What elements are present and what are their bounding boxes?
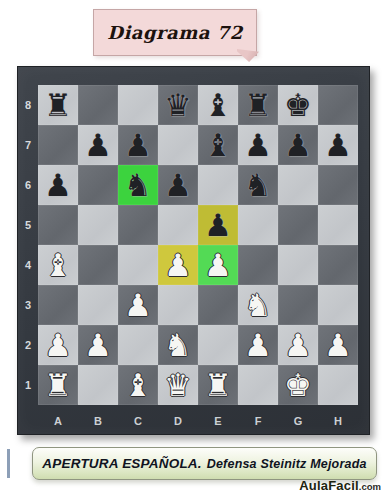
piece-white-queen-d1: ♛ xyxy=(158,365,198,405)
square-e7: ♝ xyxy=(198,125,238,165)
square-g6 xyxy=(278,165,318,205)
square-b4 xyxy=(78,245,118,285)
square-a4: ♝ xyxy=(38,245,78,285)
square-d8: ♛ xyxy=(158,85,198,125)
square-a3 xyxy=(38,285,78,325)
square-e5: ♟ xyxy=(198,205,238,245)
rank-label-4: 4 xyxy=(18,245,38,285)
square-h7: ♟ xyxy=(318,125,358,165)
piece-black-bishop-e8: ♝ xyxy=(198,85,238,125)
piece-white-bishop-a4: ♝ xyxy=(38,245,78,285)
square-a5 xyxy=(38,205,78,245)
file-labels: ABCDEFGH xyxy=(38,408,358,433)
piece-white-pawn-h2: ♟ xyxy=(318,325,358,365)
piece-black-pawn-e5: ♟ xyxy=(198,205,238,245)
rank-label-7: 7 xyxy=(18,125,38,165)
square-f3: ♞ xyxy=(238,285,278,325)
diagram-note: Diagrama 72 xyxy=(93,9,257,56)
square-g2: ♟ xyxy=(278,325,318,365)
brand-suffix: .com xyxy=(359,481,381,492)
square-h8 xyxy=(318,85,358,125)
square-d5 xyxy=(158,205,198,245)
square-a1: ♜ xyxy=(38,365,78,405)
square-c1: ♝ xyxy=(118,365,158,405)
file-label-e: E xyxy=(198,408,238,433)
piece-black-rook-f8: ♜ xyxy=(238,85,278,125)
rank-labels: 87654321 xyxy=(18,85,38,405)
square-d1: ♛ xyxy=(158,365,198,405)
square-g7: ♟ xyxy=(278,125,318,165)
square-c8 xyxy=(118,85,158,125)
square-c6: ♞ xyxy=(118,165,158,205)
rank-label-8: 8 xyxy=(18,85,38,125)
piece-black-rook-a8: ♜ xyxy=(38,85,78,125)
square-b1 xyxy=(78,365,118,405)
square-g1: ♚ xyxy=(278,365,318,405)
piece-black-pawn-h7: ♟ xyxy=(318,125,358,165)
opening-name: APERTURA ESPAÑOLA. xyxy=(42,456,201,471)
board-squares: ♜♛♝♜♚♟♟♝♟♟♟♟♞♟♞♟♝♟♟♟♞♟♟♞♟♟♟♜♝♛♜♚ xyxy=(38,85,358,405)
piece-white-pawn-e4: ♟ xyxy=(198,245,238,285)
square-f6: ♞ xyxy=(238,165,278,205)
square-b3 xyxy=(78,285,118,325)
piece-white-bishop-c1: ♝ xyxy=(118,365,158,405)
square-b5 xyxy=(78,205,118,245)
square-e1: ♜ xyxy=(198,365,238,405)
piece-white-pawn-b2: ♟ xyxy=(78,325,118,365)
square-b6 xyxy=(78,165,118,205)
square-e6 xyxy=(198,165,238,205)
square-e8: ♝ xyxy=(198,85,238,125)
file-label-d: D xyxy=(158,408,198,433)
square-f1 xyxy=(238,365,278,405)
square-g3 xyxy=(278,285,318,325)
rank-label-1: 1 xyxy=(18,365,38,405)
square-h5 xyxy=(318,205,358,245)
square-h2: ♟ xyxy=(318,325,358,365)
piece-white-knight-f3: ♞ xyxy=(238,285,278,325)
rank-label-6: 6 xyxy=(18,165,38,205)
chess-board: 87654321 ♜♛♝♜♚♟♟♝♟♟♟♟♞♟♞♟♝♟♟♟♞♟♟♞♟♟♟♜♝♛♜… xyxy=(17,66,370,435)
opening-caption: APERTURA ESPAÑOLA. Defensa Steinitz Mejo… xyxy=(32,447,377,480)
square-a6: ♟ xyxy=(38,165,78,205)
note-fold-corner-icon xyxy=(237,49,259,62)
piece-black-knight-f6: ♞ xyxy=(238,165,278,205)
square-e2 xyxy=(198,325,238,365)
square-e4: ♟ xyxy=(198,245,238,285)
piece-black-knight-c6: ♞ xyxy=(118,165,158,205)
square-c4 xyxy=(118,245,158,285)
square-f2: ♟ xyxy=(238,325,278,365)
piece-black-pawn-a6: ♟ xyxy=(38,165,78,205)
piece-white-pawn-f2: ♟ xyxy=(238,325,278,365)
square-h1 xyxy=(318,365,358,405)
piece-white-pawn-g2: ♟ xyxy=(278,325,318,365)
square-c5 xyxy=(118,205,158,245)
square-b7: ♟ xyxy=(78,125,118,165)
square-a7 xyxy=(38,125,78,165)
piece-white-knight-d2: ♞ xyxy=(158,325,198,365)
square-d4: ♟ xyxy=(158,245,198,285)
piece-white-pawn-d4: ♟ xyxy=(158,245,198,285)
site-brand: AulaFacil .com xyxy=(299,478,381,493)
opening-variation: Defensa Steinitz Mejorada xyxy=(207,457,367,471)
square-d6: ♟ xyxy=(158,165,198,205)
square-d7 xyxy=(158,125,198,165)
square-e3 xyxy=(198,285,238,325)
square-g5 xyxy=(278,205,318,245)
piece-black-pawn-b7: ♟ xyxy=(78,125,118,165)
rank-label-5: 5 xyxy=(18,205,38,245)
piece-white-rook-a1: ♜ xyxy=(38,365,78,405)
piece-black-queen-d8: ♛ xyxy=(158,85,198,125)
piece-white-king-g1: ♚ xyxy=(278,365,318,405)
square-a2: ♟ xyxy=(38,325,78,365)
caption-left-bar xyxy=(7,449,10,478)
square-h4 xyxy=(318,245,358,285)
square-f4 xyxy=(238,245,278,285)
square-d3 xyxy=(158,285,198,325)
piece-white-rook-e1: ♜ xyxy=(198,365,238,405)
square-f7: ♟ xyxy=(238,125,278,165)
piece-white-pawn-a2: ♟ xyxy=(38,325,78,365)
file-label-b: B xyxy=(78,408,118,433)
square-h3 xyxy=(318,285,358,325)
square-f8: ♜ xyxy=(238,85,278,125)
file-label-a: A xyxy=(38,408,78,433)
rank-label-3: 3 xyxy=(18,285,38,325)
piece-black-pawn-c7: ♟ xyxy=(118,125,158,165)
file-label-f: F xyxy=(238,408,278,433)
piece-white-pawn-c3: ♟ xyxy=(118,285,158,325)
brand-name: AulaFacil xyxy=(299,478,359,493)
diagram-title: Diagrama 72 xyxy=(107,22,242,43)
piece-black-pawn-d6: ♟ xyxy=(158,165,198,205)
piece-black-pawn-g7: ♟ xyxy=(278,125,318,165)
file-label-c: C xyxy=(118,408,158,433)
piece-black-bishop-e7: ♝ xyxy=(198,125,238,165)
file-label-h: H xyxy=(318,408,358,433)
square-g8: ♚ xyxy=(278,85,318,125)
square-g4 xyxy=(278,245,318,285)
square-d2: ♞ xyxy=(158,325,198,365)
square-h6 xyxy=(318,165,358,205)
square-c2 xyxy=(118,325,158,365)
square-a8: ♜ xyxy=(38,85,78,125)
piece-black-king-g8: ♚ xyxy=(278,85,318,125)
square-c7: ♟ xyxy=(118,125,158,165)
square-c3: ♟ xyxy=(118,285,158,325)
file-label-g: G xyxy=(278,408,318,433)
rank-label-2: 2 xyxy=(18,325,38,365)
piece-black-pawn-f7: ♟ xyxy=(238,125,278,165)
square-b8 xyxy=(78,85,118,125)
square-f5 xyxy=(238,205,278,245)
square-b2: ♟ xyxy=(78,325,118,365)
